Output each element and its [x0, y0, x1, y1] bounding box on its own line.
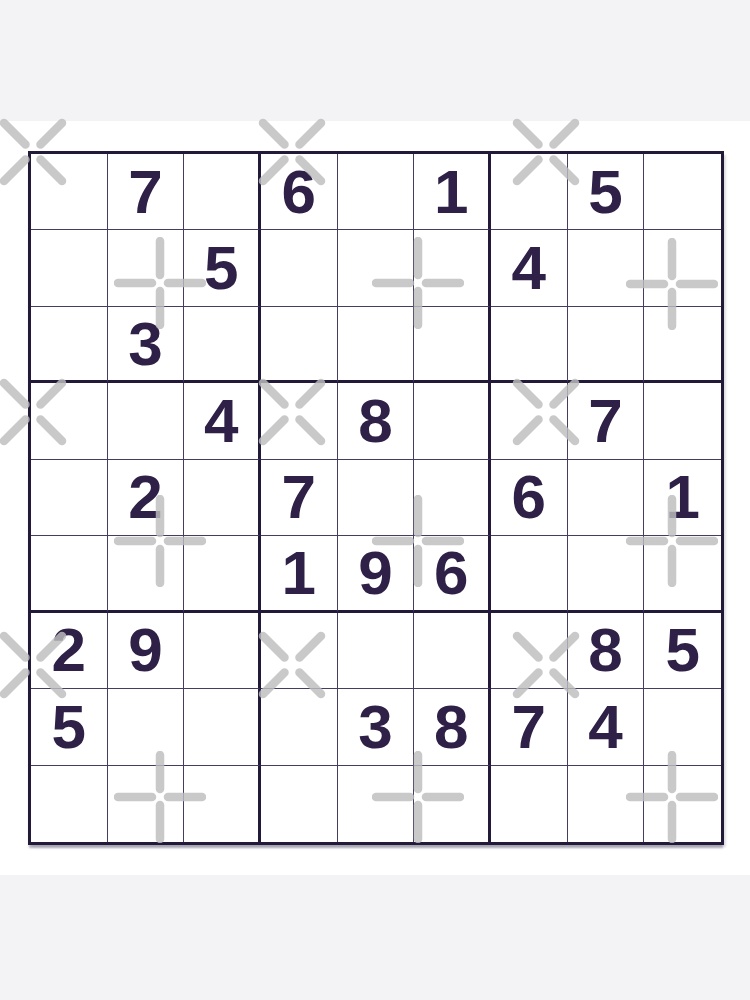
sudoku-cell-r7c1[interactable]: 2 [31, 613, 108, 689]
sudoku-cell-r9c6[interactable] [414, 766, 491, 842]
sudoku-cell-r1c1[interactable] [31, 154, 108, 230]
sudoku-cell-r5c2[interactable]: 2 [108, 460, 185, 536]
sudoku-cell-r9c5[interactable] [338, 766, 415, 842]
sudoku-cell-r9c9[interactable] [644, 766, 721, 842]
sudoku-cell-r6c7[interactable] [491, 536, 568, 612]
sudoku-cell-r2c8[interactable] [568, 230, 645, 306]
sudoku-cell-r8c1[interactable]: 5 [31, 689, 108, 765]
sudoku-cell-r1c5[interactable] [338, 154, 415, 230]
sudoku-cell-r6c2[interactable] [108, 536, 185, 612]
sudoku-cell-r4c9[interactable] [644, 383, 721, 459]
sudoku-cell-r5c6[interactable] [414, 460, 491, 536]
sudoku-cell-r2c7[interactable]: 4 [491, 230, 568, 306]
sudoku-cell-r4c4[interactable] [261, 383, 338, 459]
sudoku-cell-r3c1[interactable] [31, 307, 108, 383]
sudoku-cell-r9c4[interactable] [261, 766, 338, 842]
sudoku-cell-r3c5[interactable] [338, 307, 415, 383]
sudoku-cell-r3c3[interactable] [184, 307, 261, 383]
sudoku-cell-r2c1[interactable] [31, 230, 108, 306]
sudoku-cell-r3c8[interactable] [568, 307, 645, 383]
sudoku-cell-r8c7[interactable]: 7 [491, 689, 568, 765]
sudoku-cell-r2c6[interactable] [414, 230, 491, 306]
sudoku-cell-r1c7[interactable] [491, 154, 568, 230]
sudoku-cell-r5c7[interactable]: 6 [491, 460, 568, 536]
sudoku-cell-r6c5[interactable]: 9 [338, 536, 415, 612]
sudoku-cell-r1c3[interactable] [184, 154, 261, 230]
sudoku-cell-r8c5[interactable]: 3 [338, 689, 415, 765]
sudoku-cell-r8c8[interactable]: 4 [568, 689, 645, 765]
sudoku-cell-r7c5[interactable] [338, 613, 415, 689]
sudoku-cell-r4c7[interactable] [491, 383, 568, 459]
sudoku-cell-r1c2[interactable]: 7 [108, 154, 185, 230]
sudoku-cell-r7c3[interactable] [184, 613, 261, 689]
sudoku-cell-r4c6[interactable] [414, 383, 491, 459]
sudoku-cell-r5c5[interactable] [338, 460, 415, 536]
sudoku-cell-r2c4[interactable] [261, 230, 338, 306]
sudoku-cell-r6c9[interactable] [644, 536, 721, 612]
sudoku-cell-r3c7[interactable] [491, 307, 568, 383]
sudoku-cell-r8c9[interactable] [644, 689, 721, 765]
sudoku-cell-r9c7[interactable] [491, 766, 568, 842]
sudoku-cell-r8c2[interactable] [108, 689, 185, 765]
sudoku-cell-r7c9[interactable]: 5 [644, 613, 721, 689]
sudoku-cell-r6c6[interactable]: 6 [414, 536, 491, 612]
sudoku-cell-r3c9[interactable] [644, 307, 721, 383]
sudoku-cell-r2c2[interactable] [108, 230, 185, 306]
sudoku-cell-r8c3[interactable] [184, 689, 261, 765]
top-margin-band [0, 0, 750, 121]
sudoku-cell-r4c2[interactable] [108, 383, 185, 459]
sudoku-cell-r4c1[interactable] [31, 383, 108, 459]
sudoku-cell-r2c9[interactable] [644, 230, 721, 306]
sudoku-cell-r9c8[interactable] [568, 766, 645, 842]
sudoku-cell-r5c3[interactable] [184, 460, 261, 536]
sudoku-cell-r5c4[interactable]: 7 [261, 460, 338, 536]
sudoku-cell-r4c3[interactable]: 4 [184, 383, 261, 459]
sudoku-cell-r9c3[interactable] [184, 766, 261, 842]
sudoku-cell-r7c2[interactable]: 9 [108, 613, 185, 689]
sudoku-cell-r5c1[interactable] [31, 460, 108, 536]
sudoku-cell-r1c6[interactable]: 1 [414, 154, 491, 230]
sudoku-artwork: 76155434872761196298553874 [0, 0, 750, 1000]
sudoku-cell-r3c6[interactable] [414, 307, 491, 383]
sudoku-cell-r4c8[interactable]: 7 [568, 383, 645, 459]
sudoku-cell-r8c4[interactable] [261, 689, 338, 765]
sudoku-cell-r7c6[interactable] [414, 613, 491, 689]
sudoku-cell-r3c4[interactable] [261, 307, 338, 383]
sudoku-cell-r1c8[interactable]: 5 [568, 154, 645, 230]
sudoku-cell-r3c2[interactable]: 3 [108, 307, 185, 383]
sudoku-cell-r4c5[interactable]: 8 [338, 383, 415, 459]
sudoku-cell-r5c8[interactable] [568, 460, 645, 536]
sudoku-cell-r1c4[interactable]: 6 [261, 154, 338, 230]
sudoku-board: 76155434872761196298553874 [28, 151, 724, 845]
sudoku-cell-r9c2[interactable] [108, 766, 185, 842]
sudoku-cell-r7c7[interactable] [491, 613, 568, 689]
sudoku-cell-r2c3[interactable]: 5 [184, 230, 261, 306]
sudoku-cell-r9c1[interactable] [31, 766, 108, 842]
sudoku-cell-r6c1[interactable] [31, 536, 108, 612]
sudoku-cell-r7c4[interactable] [261, 613, 338, 689]
sudoku-cell-r6c4[interactable]: 1 [261, 536, 338, 612]
sudoku-cell-r6c3[interactable] [184, 536, 261, 612]
sudoku-cell-r1c9[interactable] [644, 154, 721, 230]
sudoku-cell-r8c6[interactable]: 8 [414, 689, 491, 765]
sudoku-cell-r5c9[interactable]: 1 [644, 460, 721, 536]
bottom-margin-band [0, 875, 750, 1000]
sudoku-cell-r2c5[interactable] [338, 230, 415, 306]
sudoku-cell-r6c8[interactable] [568, 536, 645, 612]
sudoku-cell-r7c8[interactable]: 8 [568, 613, 645, 689]
